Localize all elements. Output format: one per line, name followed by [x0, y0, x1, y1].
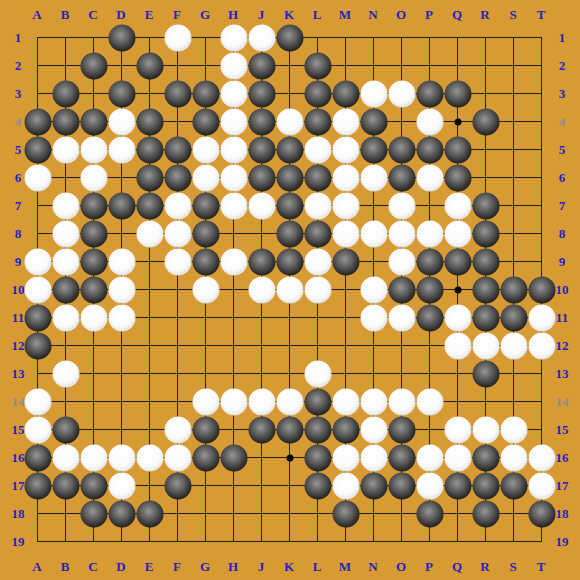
intersection-B4[interactable] — [52, 108, 80, 136]
intersection-L4[interactable] — [304, 108, 332, 136]
intersection-F1[interactable] — [164, 24, 192, 52]
intersection-B11[interactable] — [52, 304, 80, 332]
intersection-D13[interactable] — [108, 360, 136, 388]
intersection-E16[interactable] — [136, 444, 164, 472]
intersection-P1[interactable] — [416, 24, 444, 52]
intersection-Q11[interactable] — [444, 304, 472, 332]
intersection-S15[interactable] — [500, 416, 528, 444]
intersection-G5[interactable] — [192, 136, 220, 164]
intersection-O15[interactable] — [388, 416, 416, 444]
intersection-B10[interactable] — [52, 276, 80, 304]
intersection-A17[interactable] — [24, 472, 52, 500]
intersection-F16[interactable] — [164, 444, 192, 472]
intersection-J3[interactable] — [248, 80, 276, 108]
intersection-M11[interactable] — [332, 304, 360, 332]
intersection-F17[interactable] — [164, 472, 192, 500]
intersection-P15[interactable] — [416, 416, 444, 444]
intersection-E18[interactable] — [136, 500, 164, 528]
intersection-L19[interactable] — [304, 528, 332, 556]
intersection-S16[interactable] — [500, 444, 528, 472]
intersection-M17[interactable] — [332, 472, 360, 500]
intersection-D1[interactable] — [108, 24, 136, 52]
intersection-S8[interactable] — [500, 220, 528, 248]
intersection-D10[interactable] — [108, 276, 136, 304]
intersection-C5[interactable] — [80, 136, 108, 164]
intersection-L17[interactable] — [304, 472, 332, 500]
intersection-A2[interactable] — [24, 52, 52, 80]
intersection-H7[interactable] — [220, 192, 248, 220]
intersection-Q1[interactable] — [444, 24, 472, 52]
intersection-E14[interactable] — [136, 388, 164, 416]
intersection-D12[interactable] — [108, 332, 136, 360]
intersection-K10[interactable] — [276, 276, 304, 304]
intersection-P4[interactable] — [416, 108, 444, 136]
intersection-N7[interactable] — [360, 192, 388, 220]
intersection-J8[interactable] — [248, 220, 276, 248]
intersection-B8[interactable] — [52, 220, 80, 248]
intersection-T13[interactable] — [528, 360, 556, 388]
intersection-N3[interactable] — [360, 80, 388, 108]
intersection-M7[interactable] — [332, 192, 360, 220]
intersection-A9[interactable] — [24, 248, 52, 276]
intersection-F8[interactable] — [164, 220, 192, 248]
intersection-R16[interactable] — [472, 444, 500, 472]
intersection-D11[interactable] — [108, 304, 136, 332]
intersection-O9[interactable] — [388, 248, 416, 276]
intersection-K7[interactable] — [276, 192, 304, 220]
intersection-E13[interactable] — [136, 360, 164, 388]
intersection-T9[interactable] — [528, 248, 556, 276]
intersection-P10[interactable] — [416, 276, 444, 304]
intersection-R8[interactable] — [472, 220, 500, 248]
intersection-F19[interactable] — [164, 528, 192, 556]
intersection-G8[interactable] — [192, 220, 220, 248]
intersection-P6[interactable] — [416, 164, 444, 192]
intersection-J1[interactable] — [248, 24, 276, 52]
intersection-P11[interactable] — [416, 304, 444, 332]
intersection-K19[interactable] — [276, 528, 304, 556]
intersection-L1[interactable] — [304, 24, 332, 52]
intersection-A15[interactable] — [24, 416, 52, 444]
intersection-B16[interactable] — [52, 444, 80, 472]
intersection-R10[interactable] — [472, 276, 500, 304]
intersection-N18[interactable] — [360, 500, 388, 528]
intersection-G7[interactable] — [192, 192, 220, 220]
intersection-F18[interactable] — [164, 500, 192, 528]
intersection-C11[interactable] — [80, 304, 108, 332]
intersection-C6[interactable] — [80, 164, 108, 192]
intersection-B3[interactable] — [52, 80, 80, 108]
intersection-N10[interactable] — [360, 276, 388, 304]
intersection-S2[interactable] — [500, 52, 528, 80]
intersection-P8[interactable] — [416, 220, 444, 248]
intersection-H16[interactable] — [220, 444, 248, 472]
intersection-E11[interactable] — [136, 304, 164, 332]
intersection-R6[interactable] — [472, 164, 500, 192]
intersection-C14[interactable] — [80, 388, 108, 416]
intersection-F14[interactable] — [164, 388, 192, 416]
intersection-D19[interactable] — [108, 528, 136, 556]
intersection-R19[interactable] — [472, 528, 500, 556]
intersection-H18[interactable] — [220, 500, 248, 528]
intersection-L5[interactable] — [304, 136, 332, 164]
intersection-A11[interactable] — [24, 304, 52, 332]
intersection-R4[interactable] — [472, 108, 500, 136]
intersection-R15[interactable] — [472, 416, 500, 444]
intersection-E12[interactable] — [136, 332, 164, 360]
intersection-R12[interactable] — [472, 332, 500, 360]
intersection-P3[interactable] — [416, 80, 444, 108]
intersection-M18[interactable] — [332, 500, 360, 528]
intersection-O5[interactable] — [388, 136, 416, 164]
intersection-B14[interactable] — [52, 388, 80, 416]
intersection-L16[interactable] — [304, 444, 332, 472]
intersection-M9[interactable] — [332, 248, 360, 276]
intersection-H12[interactable] — [220, 332, 248, 360]
intersection-O19[interactable] — [388, 528, 416, 556]
intersection-A13[interactable] — [24, 360, 52, 388]
intersection-S10[interactable] — [500, 276, 528, 304]
intersection-A5[interactable] — [24, 136, 52, 164]
intersection-E7[interactable] — [136, 192, 164, 220]
intersection-N12[interactable] — [360, 332, 388, 360]
intersection-D4[interactable] — [108, 108, 136, 136]
intersection-F9[interactable] — [164, 248, 192, 276]
intersection-L8[interactable] — [304, 220, 332, 248]
intersection-O4[interactable] — [388, 108, 416, 136]
intersection-K12[interactable] — [276, 332, 304, 360]
intersection-Q15[interactable] — [444, 416, 472, 444]
intersection-D14[interactable] — [108, 388, 136, 416]
intersection-T14[interactable] — [528, 388, 556, 416]
intersection-M12[interactable] — [332, 332, 360, 360]
intersection-M16[interactable] — [332, 444, 360, 472]
intersection-J19[interactable] — [248, 528, 276, 556]
intersection-S5[interactable] — [500, 136, 528, 164]
intersection-S1[interactable] — [500, 24, 528, 52]
intersection-T5[interactable] — [528, 136, 556, 164]
intersection-Q19[interactable] — [444, 528, 472, 556]
intersection-M15[interactable] — [332, 416, 360, 444]
intersection-R17[interactable] — [472, 472, 500, 500]
intersection-E15[interactable] — [136, 416, 164, 444]
intersection-E6[interactable] — [136, 164, 164, 192]
intersection-J11[interactable] — [248, 304, 276, 332]
intersection-A14[interactable] — [24, 388, 52, 416]
intersection-Q7[interactable] — [444, 192, 472, 220]
intersection-G12[interactable] — [192, 332, 220, 360]
intersection-B18[interactable] — [52, 500, 80, 528]
intersection-O13[interactable] — [388, 360, 416, 388]
intersection-J14[interactable] — [248, 388, 276, 416]
intersection-E1[interactable] — [136, 24, 164, 52]
intersection-N13[interactable] — [360, 360, 388, 388]
intersection-D15[interactable] — [108, 416, 136, 444]
intersection-C10[interactable] — [80, 276, 108, 304]
intersection-G17[interactable] — [192, 472, 220, 500]
intersection-J6[interactable] — [248, 164, 276, 192]
intersection-S3[interactable] — [500, 80, 528, 108]
intersection-Q10[interactable] — [444, 276, 472, 304]
intersection-P13[interactable] — [416, 360, 444, 388]
intersection-N1[interactable] — [360, 24, 388, 52]
intersection-M1[interactable] — [332, 24, 360, 52]
intersection-N9[interactable] — [360, 248, 388, 276]
intersection-H1[interactable] — [220, 24, 248, 52]
intersection-S9[interactable] — [500, 248, 528, 276]
intersection-C8[interactable] — [80, 220, 108, 248]
intersection-A7[interactable] — [24, 192, 52, 220]
intersection-C12[interactable] — [80, 332, 108, 360]
intersection-L14[interactable] — [304, 388, 332, 416]
intersection-J2[interactable] — [248, 52, 276, 80]
intersection-P12[interactable] — [416, 332, 444, 360]
intersection-A1[interactable] — [24, 24, 52, 52]
intersection-K6[interactable] — [276, 164, 304, 192]
intersection-Q2[interactable] — [444, 52, 472, 80]
intersection-T19[interactable] — [528, 528, 556, 556]
intersection-D17[interactable] — [108, 472, 136, 500]
intersection-Q13[interactable] — [444, 360, 472, 388]
intersection-T8[interactable] — [528, 220, 556, 248]
intersection-G16[interactable] — [192, 444, 220, 472]
intersection-N5[interactable] — [360, 136, 388, 164]
intersection-D6[interactable] — [108, 164, 136, 192]
intersection-O16[interactable] — [388, 444, 416, 472]
intersection-C15[interactable] — [80, 416, 108, 444]
intersection-N14[interactable] — [360, 388, 388, 416]
intersection-K1[interactable] — [276, 24, 304, 52]
intersection-Q4[interactable] — [444, 108, 472, 136]
intersection-H9[interactable] — [220, 248, 248, 276]
intersection-E17[interactable] — [136, 472, 164, 500]
intersection-P16[interactable] — [416, 444, 444, 472]
intersection-S18[interactable] — [500, 500, 528, 528]
intersection-P14[interactable] — [416, 388, 444, 416]
intersection-G2[interactable] — [192, 52, 220, 80]
intersection-K13[interactable] — [276, 360, 304, 388]
intersection-O12[interactable] — [388, 332, 416, 360]
intersection-B6[interactable] — [52, 164, 80, 192]
intersection-C9[interactable] — [80, 248, 108, 276]
intersection-N17[interactable] — [360, 472, 388, 500]
intersection-J12[interactable] — [248, 332, 276, 360]
intersection-C16[interactable] — [80, 444, 108, 472]
intersection-K5[interactable] — [276, 136, 304, 164]
intersection-T10[interactable] — [528, 276, 556, 304]
intersection-H6[interactable] — [220, 164, 248, 192]
intersection-K15[interactable] — [276, 416, 304, 444]
intersection-G13[interactable] — [192, 360, 220, 388]
intersection-R7[interactable] — [472, 192, 500, 220]
intersection-G6[interactable] — [192, 164, 220, 192]
intersection-B1[interactable] — [52, 24, 80, 52]
intersection-G3[interactable] — [192, 80, 220, 108]
intersection-S7[interactable] — [500, 192, 528, 220]
intersection-H10[interactable] — [220, 276, 248, 304]
intersection-J18[interactable] — [248, 500, 276, 528]
intersection-L2[interactable] — [304, 52, 332, 80]
intersection-Q16[interactable] — [444, 444, 472, 472]
intersection-T4[interactable] — [528, 108, 556, 136]
intersection-S12[interactable] — [500, 332, 528, 360]
intersection-F11[interactable] — [164, 304, 192, 332]
intersection-Q14[interactable] — [444, 388, 472, 416]
intersection-A18[interactable] — [24, 500, 52, 528]
intersection-T12[interactable] — [528, 332, 556, 360]
intersection-D2[interactable] — [108, 52, 136, 80]
intersection-G4[interactable] — [192, 108, 220, 136]
intersection-L13[interactable] — [304, 360, 332, 388]
intersection-D18[interactable] — [108, 500, 136, 528]
intersection-E8[interactable] — [136, 220, 164, 248]
intersection-B15[interactable] — [52, 416, 80, 444]
intersection-L11[interactable] — [304, 304, 332, 332]
intersection-O7[interactable] — [388, 192, 416, 220]
intersection-T17[interactable] — [528, 472, 556, 500]
intersection-L6[interactable] — [304, 164, 332, 192]
intersection-H17[interactable] — [220, 472, 248, 500]
intersection-D3[interactable] — [108, 80, 136, 108]
intersection-A3[interactable] — [24, 80, 52, 108]
intersection-D5[interactable] — [108, 136, 136, 164]
intersection-B5[interactable] — [52, 136, 80, 164]
intersection-C18[interactable] — [80, 500, 108, 528]
intersection-L15[interactable] — [304, 416, 332, 444]
intersection-B19[interactable] — [52, 528, 80, 556]
intersection-K2[interactable] — [276, 52, 304, 80]
intersection-F6[interactable] — [164, 164, 192, 192]
intersection-C19[interactable] — [80, 528, 108, 556]
intersection-A8[interactable] — [24, 220, 52, 248]
intersection-O18[interactable] — [388, 500, 416, 528]
intersection-C7[interactable] — [80, 192, 108, 220]
intersection-K16[interactable] — [276, 444, 304, 472]
intersection-F5[interactable] — [164, 136, 192, 164]
intersection-H11[interactable] — [220, 304, 248, 332]
intersection-K17[interactable] — [276, 472, 304, 500]
intersection-O10[interactable] — [388, 276, 416, 304]
intersection-Q18[interactable] — [444, 500, 472, 528]
intersection-S14[interactable] — [500, 388, 528, 416]
intersection-G18[interactable] — [192, 500, 220, 528]
intersection-S19[interactable] — [500, 528, 528, 556]
intersection-P17[interactable] — [416, 472, 444, 500]
intersection-B13[interactable] — [52, 360, 80, 388]
intersection-T15[interactable] — [528, 416, 556, 444]
intersection-H15[interactable] — [220, 416, 248, 444]
intersection-M19[interactable] — [332, 528, 360, 556]
intersection-R2[interactable] — [472, 52, 500, 80]
intersection-N4[interactable] — [360, 108, 388, 136]
intersection-L7[interactable] — [304, 192, 332, 220]
intersection-S11[interactable] — [500, 304, 528, 332]
intersection-H19[interactable] — [220, 528, 248, 556]
intersection-S17[interactable] — [500, 472, 528, 500]
intersection-M6[interactable] — [332, 164, 360, 192]
intersection-T7[interactable] — [528, 192, 556, 220]
intersection-R14[interactable] — [472, 388, 500, 416]
intersection-P5[interactable] — [416, 136, 444, 164]
intersection-G10[interactable] — [192, 276, 220, 304]
intersection-S13[interactable] — [500, 360, 528, 388]
intersection-K3[interactable] — [276, 80, 304, 108]
intersection-Q8[interactable] — [444, 220, 472, 248]
intersection-N19[interactable] — [360, 528, 388, 556]
intersection-O3[interactable] — [388, 80, 416, 108]
intersection-T3[interactable] — [528, 80, 556, 108]
intersection-T11[interactable] — [528, 304, 556, 332]
intersection-J13[interactable] — [248, 360, 276, 388]
intersection-T16[interactable] — [528, 444, 556, 472]
intersection-B2[interactable] — [52, 52, 80, 80]
intersection-M14[interactable] — [332, 388, 360, 416]
intersection-C2[interactable] — [80, 52, 108, 80]
intersection-F15[interactable] — [164, 416, 192, 444]
intersection-H2[interactable] — [220, 52, 248, 80]
intersection-J15[interactable] — [248, 416, 276, 444]
intersection-N6[interactable] — [360, 164, 388, 192]
intersection-T6[interactable] — [528, 164, 556, 192]
intersection-T1[interactable] — [528, 24, 556, 52]
intersection-M2[interactable] — [332, 52, 360, 80]
intersection-K18[interactable] — [276, 500, 304, 528]
intersection-O6[interactable] — [388, 164, 416, 192]
intersection-K14[interactable] — [276, 388, 304, 416]
intersection-G9[interactable] — [192, 248, 220, 276]
intersection-Q3[interactable] — [444, 80, 472, 108]
intersection-A4[interactable] — [24, 108, 52, 136]
intersection-K9[interactable] — [276, 248, 304, 276]
intersection-O8[interactable] — [388, 220, 416, 248]
intersection-J17[interactable] — [248, 472, 276, 500]
intersection-A19[interactable] — [24, 528, 52, 556]
intersection-C13[interactable] — [80, 360, 108, 388]
intersection-P19[interactable] — [416, 528, 444, 556]
intersection-M10[interactable] — [332, 276, 360, 304]
intersection-N2[interactable] — [360, 52, 388, 80]
intersection-B7[interactable] — [52, 192, 80, 220]
intersection-J16[interactable] — [248, 444, 276, 472]
intersection-F12[interactable] — [164, 332, 192, 360]
intersection-O14[interactable] — [388, 388, 416, 416]
intersection-B17[interactable] — [52, 472, 80, 500]
intersection-R13[interactable] — [472, 360, 500, 388]
intersection-N8[interactable] — [360, 220, 388, 248]
intersection-H8[interactable] — [220, 220, 248, 248]
intersection-D9[interactable] — [108, 248, 136, 276]
intersection-G11[interactable] — [192, 304, 220, 332]
intersection-A12[interactable] — [24, 332, 52, 360]
intersection-M13[interactable] — [332, 360, 360, 388]
intersection-K11[interactable] — [276, 304, 304, 332]
intersection-S6[interactable] — [500, 164, 528, 192]
intersection-J4[interactable] — [248, 108, 276, 136]
intersection-E3[interactable] — [136, 80, 164, 108]
intersection-P2[interactable] — [416, 52, 444, 80]
intersection-J9[interactable] — [248, 248, 276, 276]
intersection-M5[interactable] — [332, 136, 360, 164]
intersection-B12[interactable] — [52, 332, 80, 360]
intersection-N16[interactable] — [360, 444, 388, 472]
intersection-T2[interactable] — [528, 52, 556, 80]
intersection-O2[interactable] — [388, 52, 416, 80]
intersection-C4[interactable] — [80, 108, 108, 136]
intersection-D16[interactable] — [108, 444, 136, 472]
intersection-F4[interactable] — [164, 108, 192, 136]
intersection-K8[interactable] — [276, 220, 304, 248]
intersection-N11[interactable] — [360, 304, 388, 332]
